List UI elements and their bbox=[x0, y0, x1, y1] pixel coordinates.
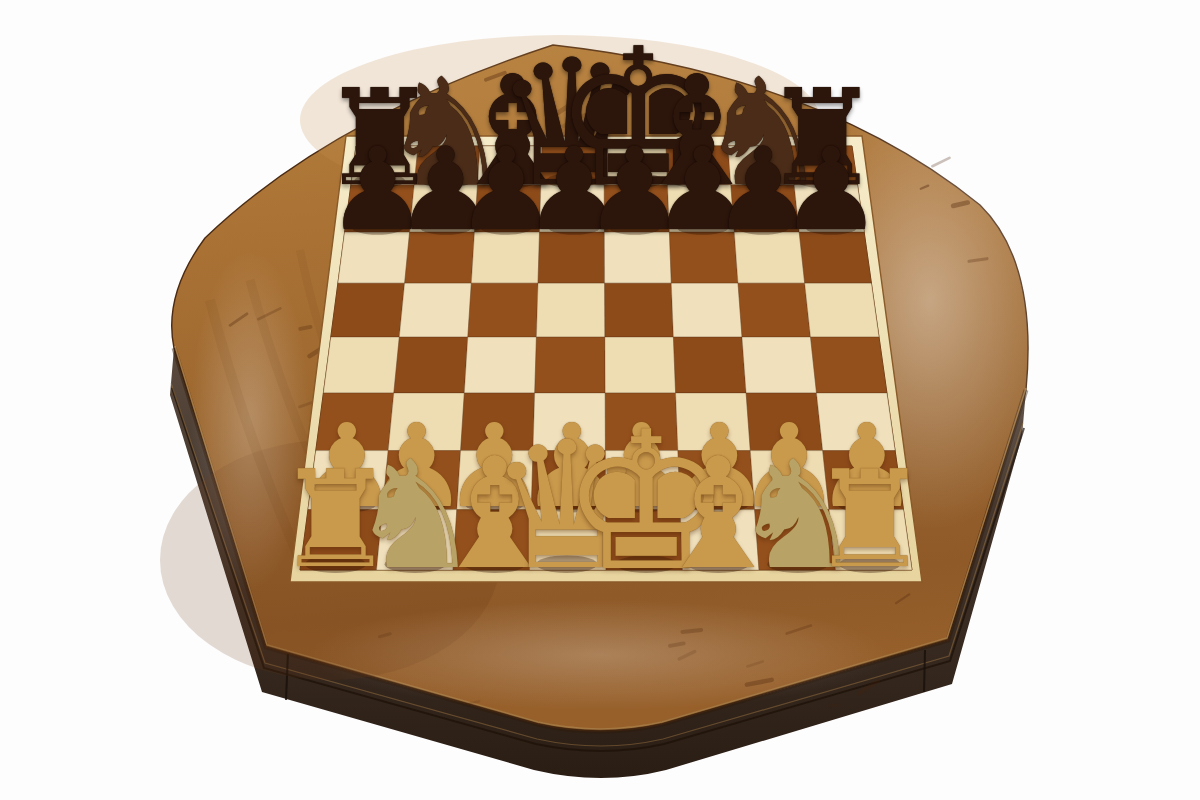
square-a5[interactable] bbox=[331, 283, 405, 337]
square-d4[interactable] bbox=[535, 337, 606, 393]
wood-fleck bbox=[670, 643, 684, 645]
square-c4[interactable] bbox=[464, 337, 536, 393]
square-f5[interactable] bbox=[671, 283, 742, 337]
square-c5[interactable] bbox=[468, 283, 538, 337]
square-g4[interactable] bbox=[742, 337, 817, 393]
square-h4[interactable] bbox=[811, 337, 887, 393]
square-g5[interactable] bbox=[738, 283, 811, 337]
square-e4[interactable] bbox=[605, 337, 676, 393]
drawer-seam-right[interactable] bbox=[924, 650, 925, 692]
piece-white-rook-h1[interactable]: ♜ bbox=[810, 454, 930, 588]
square-a4[interactable] bbox=[323, 337, 399, 393]
square-d5[interactable] bbox=[536, 283, 605, 337]
square-b4[interactable] bbox=[394, 337, 468, 393]
square-e5[interactable] bbox=[605, 283, 674, 337]
wood-fleck bbox=[953, 203, 967, 206]
wood-fleck bbox=[682, 630, 701, 632]
square-b5[interactable] bbox=[399, 283, 471, 337]
square-h5[interactable] bbox=[805, 283, 879, 337]
wood-fleck bbox=[830, 705, 839, 706]
square-f4[interactable] bbox=[673, 337, 746, 393]
piece-black-pawn-h7[interactable]: ♟ bbox=[780, 133, 883, 248]
wood-fleck bbox=[300, 327, 310, 329]
chess-product-photo: ♜♞♝♛♚♝♞♜♟♟♟♟♟♟♟♟♟♟♟♟♟♟♟♟♜♞♝♛♚♝♞♜ bbox=[0, 0, 1200, 800]
